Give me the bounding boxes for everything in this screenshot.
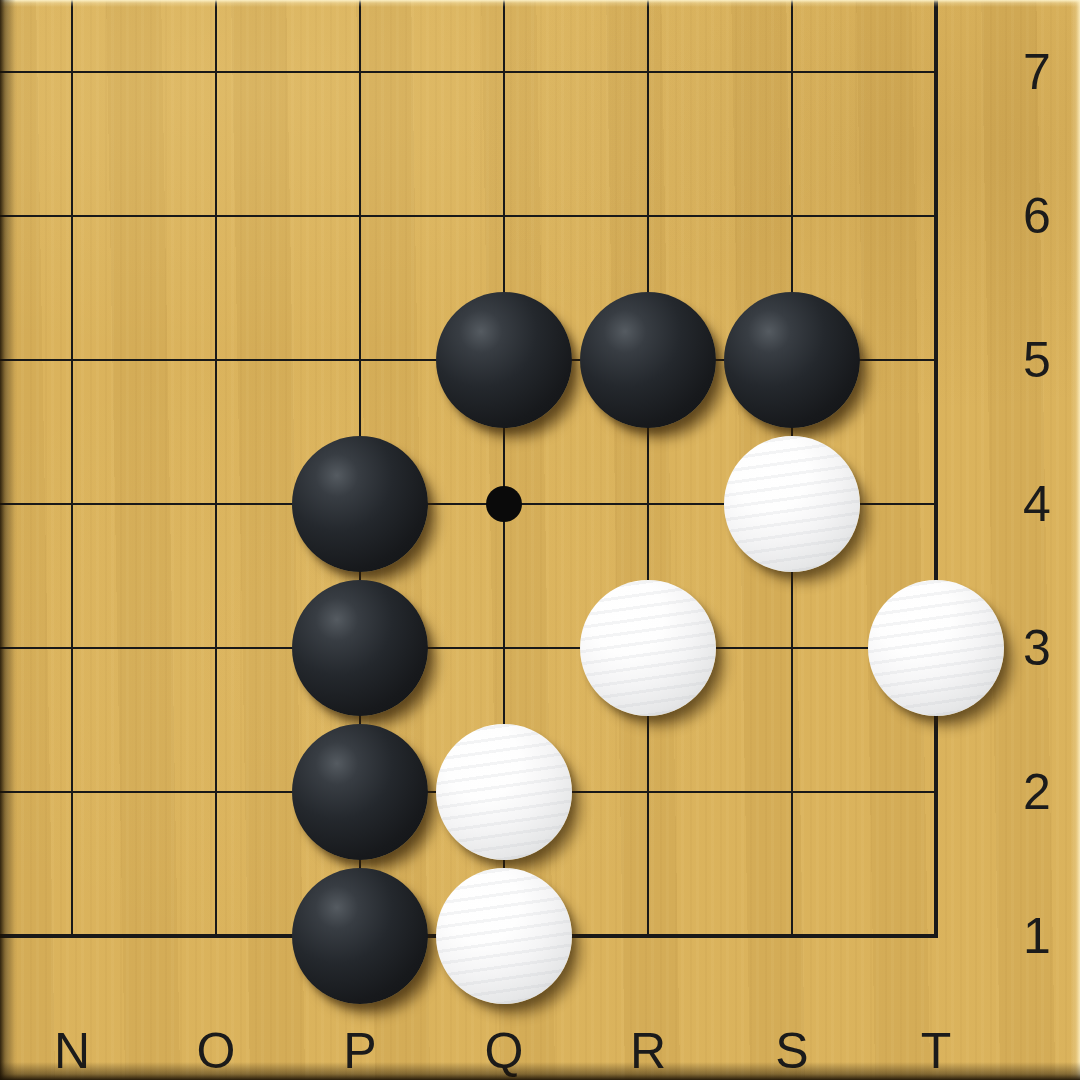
row-label-4: 4 bbox=[1023, 475, 1051, 533]
grid-line-horizontal-6 bbox=[0, 215, 938, 217]
stone-black-r5 bbox=[580, 292, 716, 428]
row-label-3: 3 bbox=[1023, 619, 1051, 677]
board-vignette-top bbox=[0, 0, 1080, 7]
stone-white-t3 bbox=[868, 580, 1004, 716]
row-label-7: 7 bbox=[1023, 43, 1051, 101]
stone-black-p4 bbox=[292, 436, 428, 572]
column-label-R: R bbox=[630, 1022, 666, 1080]
grid-line-vertical-N bbox=[71, 0, 73, 938]
row-label-6: 6 bbox=[1023, 187, 1051, 245]
board-vignette-left bbox=[0, 0, 16, 1080]
column-label-N: N bbox=[54, 1022, 90, 1080]
grid-line-vertical-T bbox=[934, 0, 938, 938]
row-label-5: 5 bbox=[1023, 331, 1051, 389]
stone-black-p3 bbox=[292, 580, 428, 716]
stone-black-p1 bbox=[292, 868, 428, 1004]
stone-black-s5 bbox=[724, 292, 860, 428]
stone-white-s4 bbox=[724, 436, 860, 572]
stone-white-q1 bbox=[436, 868, 572, 1004]
stone-white-q2 bbox=[436, 724, 572, 860]
column-label-S: S bbox=[775, 1022, 808, 1080]
stone-black-p2 bbox=[292, 724, 428, 860]
row-label-2: 2 bbox=[1023, 763, 1051, 821]
star-point-q4 bbox=[486, 486, 522, 522]
stone-white-r3 bbox=[580, 580, 716, 716]
grid-line-horizontal-3 bbox=[0, 647, 938, 649]
grid-line-vertical-O bbox=[215, 0, 217, 938]
board-vignette-bottom bbox=[0, 1062, 1080, 1080]
stone-black-q5 bbox=[436, 292, 572, 428]
column-label-P: P bbox=[343, 1022, 376, 1080]
column-label-Q: Q bbox=[485, 1022, 524, 1080]
column-label-O: O bbox=[197, 1022, 236, 1080]
row-label-1: 1 bbox=[1023, 907, 1051, 965]
grid-line-vertical-R bbox=[647, 0, 649, 938]
grid-line-horizontal-7 bbox=[0, 71, 938, 73]
go-board[interactable]: NOPQRST7654321 bbox=[0, 0, 1080, 1080]
board-vignette-right bbox=[1071, 0, 1080, 1080]
column-label-T: T bbox=[921, 1022, 952, 1080]
